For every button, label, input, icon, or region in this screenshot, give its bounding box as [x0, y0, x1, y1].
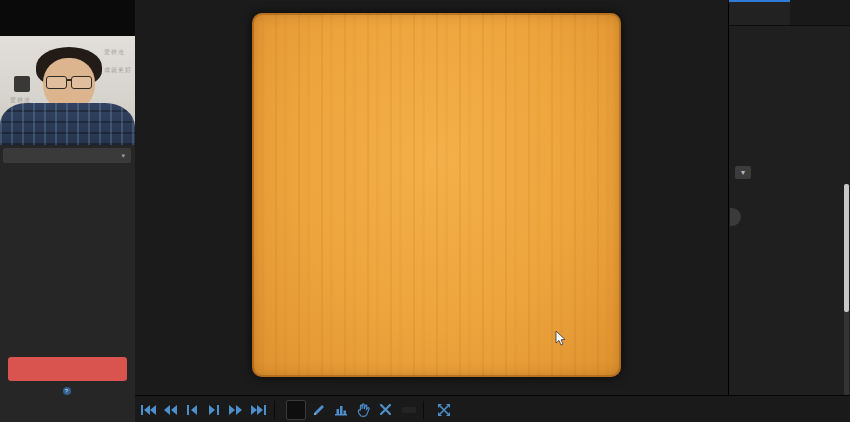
board-area	[135, 0, 728, 395]
step-back-button[interactable]	[183, 401, 201, 419]
lesson-select[interactable]: ▾	[3, 148, 131, 163]
tab-settings[interactable]	[790, 0, 850, 25]
chat-scrollbar[interactable]	[844, 184, 849, 396]
tab-blackboard[interactable]	[729, 0, 790, 25]
right-sidebar: ▾	[728, 0, 850, 407]
brand-banner	[0, 0, 135, 36]
hand-tool-icon[interactable]	[354, 401, 372, 419]
plaid-shirt	[0, 103, 135, 145]
return-mainline-button[interactable]	[402, 407, 416, 413]
chevron-down-icon: ▾	[121, 152, 125, 160]
step-forward-button[interactable]	[205, 401, 223, 419]
board-coordinates-left	[231, 14, 247, 378]
right-panel-tabs	[729, 0, 850, 26]
fast-forward-button[interactable]	[227, 401, 245, 419]
end-class-button[interactable]	[8, 357, 127, 381]
fast-rewind-button[interactable]	[161, 401, 179, 419]
help-line: ?	[0, 386, 135, 395]
skip-first-button[interactable]	[139, 401, 157, 419]
fullscreen-expand-icon[interactable]	[435, 401, 453, 419]
chevron-down-icon: ▾	[741, 168, 745, 177]
go-board[interactable]	[252, 13, 621, 377]
clear-marks-icon[interactable]	[376, 401, 394, 419]
mouse-cursor	[555, 331, 567, 347]
scrollbar-thumb[interactable]	[844, 184, 849, 312]
board-coordinates-right	[626, 14, 642, 378]
glasses	[46, 76, 92, 88]
skip-last-button[interactable]	[249, 401, 267, 419]
info-icon: ?	[63, 387, 71, 395]
bar-chart-icon[interactable]	[332, 401, 350, 419]
lesson-notes	[729, 26, 850, 40]
instructor-video: 爱棋道 爱棋道 成就更好	[0, 0, 135, 145]
left-sidebar: 爱棋道 爱棋道 成就更好 ▾ ?	[0, 0, 136, 422]
chat-message-list	[734, 182, 842, 400]
text-annotate-button[interactable]	[286, 400, 306, 420]
wall-logo-tile	[14, 76, 30, 92]
playback-toolbar	[135, 395, 850, 422]
board-grid[interactable]	[252, 14, 620, 378]
app-window: 爱棋道 爱棋道 成就更好 ▾ ?	[0, 0, 850, 422]
pen-tool-icon[interactable]	[310, 401, 328, 419]
filter-button[interactable]: ▾	[735, 166, 751, 179]
